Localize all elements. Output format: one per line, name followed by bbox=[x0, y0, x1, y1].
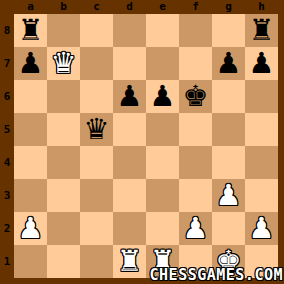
square-a2: ♟ bbox=[14, 212, 47, 245]
white-pawn: ♟ bbox=[216, 179, 242, 212]
rank-label-5: 5 bbox=[0, 113, 14, 146]
black-pawn: ♟ bbox=[18, 47, 44, 80]
square-g6 bbox=[212, 80, 245, 113]
square-c4 bbox=[80, 146, 113, 179]
black-king: ♚ bbox=[183, 80, 209, 113]
square-g8 bbox=[212, 14, 245, 47]
square-c1 bbox=[80, 245, 113, 278]
chess-board: ♜♜♟♛♟♟♟♟♚♛♟♟♟♟♜♜♚ bbox=[14, 14, 278, 278]
file-label-c: c bbox=[80, 0, 113, 14]
square-g5 bbox=[212, 113, 245, 146]
square-b2 bbox=[47, 212, 80, 245]
square-b5 bbox=[47, 113, 80, 146]
square-h4 bbox=[245, 146, 278, 179]
black-pawn: ♟ bbox=[117, 80, 143, 113]
file-label-f: f bbox=[179, 0, 212, 14]
square-g7: ♟ bbox=[212, 47, 245, 80]
watermark: CHESSGAMES.COM bbox=[150, 266, 283, 284]
square-a5 bbox=[14, 113, 47, 146]
square-e8 bbox=[146, 14, 179, 47]
square-d1: ♜ bbox=[113, 245, 146, 278]
square-e3 bbox=[146, 179, 179, 212]
square-g4 bbox=[212, 146, 245, 179]
black-queen: ♛ bbox=[84, 113, 110, 146]
square-a3 bbox=[14, 179, 47, 212]
square-c8 bbox=[80, 14, 113, 47]
square-c6 bbox=[80, 80, 113, 113]
black-pawn: ♟ bbox=[150, 80, 176, 113]
rank-label-4: 4 bbox=[0, 146, 14, 179]
square-b4 bbox=[47, 146, 80, 179]
rank-label-7: 7 bbox=[0, 47, 14, 80]
square-e6: ♟ bbox=[146, 80, 179, 113]
file-label-a: a bbox=[14, 0, 47, 14]
square-f7 bbox=[179, 47, 212, 80]
square-c2 bbox=[80, 212, 113, 245]
square-a7: ♟ bbox=[14, 47, 47, 80]
square-d4 bbox=[113, 146, 146, 179]
rank-labels: 87654321 bbox=[0, 14, 14, 278]
square-b8 bbox=[47, 14, 80, 47]
chess-diagram: abcdefgh 87654321 ♜♜♟♛♟♟♟♟♚♛♟♟♟♟♜♜♚ CHES… bbox=[0, 0, 284, 284]
rank-label-6: 6 bbox=[0, 80, 14, 113]
square-h5 bbox=[245, 113, 278, 146]
square-g3: ♟ bbox=[212, 179, 245, 212]
square-e7 bbox=[146, 47, 179, 80]
square-e5 bbox=[146, 113, 179, 146]
square-e2 bbox=[146, 212, 179, 245]
square-b7: ♛ bbox=[47, 47, 80, 80]
square-g2 bbox=[212, 212, 245, 245]
white-pawn: ♟ bbox=[249, 212, 275, 245]
file-labels: abcdefgh bbox=[14, 0, 278, 14]
square-d6: ♟ bbox=[113, 80, 146, 113]
rank-label-2: 2 bbox=[0, 212, 14, 245]
file-label-b: b bbox=[47, 0, 80, 14]
black-rook: ♜ bbox=[18, 14, 44, 47]
square-f8 bbox=[179, 14, 212, 47]
square-f4 bbox=[179, 146, 212, 179]
rank-label-3: 3 bbox=[0, 179, 14, 212]
square-h6 bbox=[245, 80, 278, 113]
square-d5 bbox=[113, 113, 146, 146]
square-f6: ♚ bbox=[179, 80, 212, 113]
square-e4 bbox=[146, 146, 179, 179]
square-d8 bbox=[113, 14, 146, 47]
square-c3 bbox=[80, 179, 113, 212]
file-label-g: g bbox=[212, 0, 245, 14]
white-rook: ♜ bbox=[117, 245, 143, 278]
file-label-e: e bbox=[146, 0, 179, 14]
rank-label-1: 1 bbox=[0, 245, 14, 278]
square-h8: ♜ bbox=[245, 14, 278, 47]
square-b3 bbox=[47, 179, 80, 212]
square-d3 bbox=[113, 179, 146, 212]
square-d2 bbox=[113, 212, 146, 245]
square-f2: ♟ bbox=[179, 212, 212, 245]
rank-label-8: 8 bbox=[0, 14, 14, 47]
square-h7: ♟ bbox=[245, 47, 278, 80]
square-c7 bbox=[80, 47, 113, 80]
square-a8: ♜ bbox=[14, 14, 47, 47]
white-queen: ♛ bbox=[51, 47, 77, 80]
square-c5: ♛ bbox=[80, 113, 113, 146]
square-f5 bbox=[179, 113, 212, 146]
black-rook: ♜ bbox=[249, 14, 275, 47]
white-pawn: ♟ bbox=[18, 212, 44, 245]
file-label-h: h bbox=[245, 0, 278, 14]
square-b1 bbox=[47, 245, 80, 278]
square-d7 bbox=[113, 47, 146, 80]
square-a1 bbox=[14, 245, 47, 278]
square-a4 bbox=[14, 146, 47, 179]
black-pawn: ♟ bbox=[249, 47, 275, 80]
square-a6 bbox=[14, 80, 47, 113]
square-f3 bbox=[179, 179, 212, 212]
white-pawn: ♟ bbox=[183, 212, 209, 245]
file-label-d: d bbox=[113, 0, 146, 14]
square-b6 bbox=[47, 80, 80, 113]
square-h2: ♟ bbox=[245, 212, 278, 245]
black-pawn: ♟ bbox=[216, 47, 242, 80]
square-h3 bbox=[245, 179, 278, 212]
